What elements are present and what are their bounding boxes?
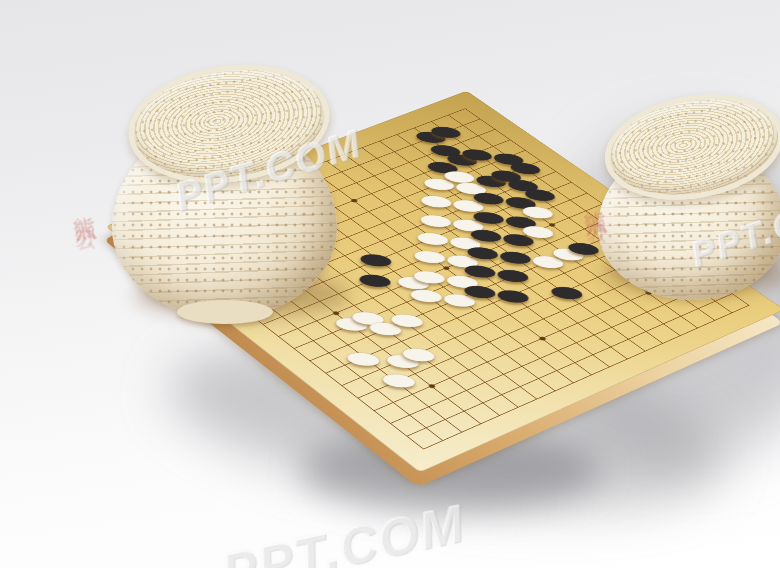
white-stone[interactable]: ● [356,317,410,338]
white-stone[interactable]: ● [377,309,431,330]
stone-bowl-right[interactable] [598,98,780,300]
white-stone[interactable]: ● [400,266,453,286]
scene: ●●●●●●●●●●●●●●●●●●●●●●●●●●●●●●●●●●●●●●●●… [0,0,780,568]
white-stone[interactable]: ● [430,289,484,310]
white-stone[interactable]: ● [338,306,392,327]
black-stone[interactable]: ● [346,269,399,290]
white-stone[interactable]: ● [433,270,486,290]
watermark-bottom: PPT.COM [216,493,470,568]
black-stone[interactable]: ● [484,265,537,285]
white-stone[interactable]: ● [385,272,438,293]
white-stone[interactable]: ● [369,369,424,391]
star-point [427,384,436,389]
white-stone[interactable]: ● [397,284,451,305]
star-point [538,336,547,341]
white-stone[interactable]: ● [373,349,428,371]
black-stone[interactable]: ● [347,249,400,269]
black-stone[interactable]: ● [484,285,537,306]
white-stone[interactable]: ● [389,343,444,365]
white-stone[interactable]: ● [333,347,388,369]
watermark-red-left: 熊猫办公 [65,196,108,295]
black-stone[interactable]: ● [538,282,591,303]
black-stone[interactable]: ● [451,281,504,302]
